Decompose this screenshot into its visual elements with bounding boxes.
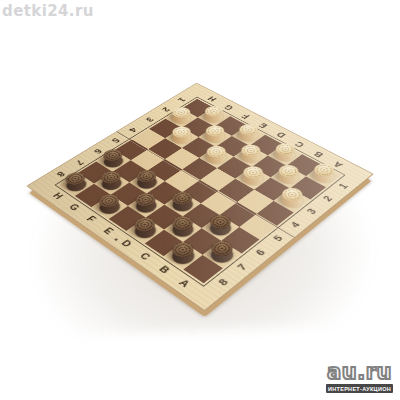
au-watermark: au.ru ИНТЕРНЕТ-АУКЦИОН	[326, 363, 393, 393]
white-checker-d2	[237, 148, 264, 165]
checker-top	[239, 163, 267, 181]
au-watermark-text: au.ru	[326, 363, 393, 383]
au-watermark-banner: ИНТЕРНЕТ-АУКЦИОН	[326, 384, 393, 393]
black-checker-d6	[168, 195, 197, 214]
white-checker-a1	[310, 167, 338, 185]
black-checker-h6	[100, 152, 127, 169]
detki24-watermark: detki24.ru	[2, 2, 94, 20]
product-photo-checkers-board: HGFEDCBA HGFEDCBA 12345678 12345678 detk…	[0, 0, 400, 400]
square-d4	[200, 168, 235, 191]
black-checker-h8	[62, 175, 90, 193]
